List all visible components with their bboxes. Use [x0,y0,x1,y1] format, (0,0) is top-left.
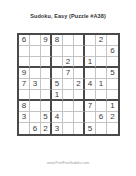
sudoku-cell [107,79,118,90]
sudoku-cell: 1 [52,90,63,101]
sudoku-cell [85,35,96,46]
sudoku-cell: 2 [107,112,118,123]
sudoku-cell [74,112,85,123]
sudoku-board: 69826219757352411871354626235 [17,33,120,136]
sudoku-cell: 4 [52,112,63,123]
sudoku-cell [41,46,52,57]
sudoku-cell: 5 [107,68,118,79]
sudoku-cell: 2 [63,57,74,68]
sudoku-cell: 5 [41,112,52,123]
sudoku-cell [41,57,52,68]
sudoku-cell: 4 [85,79,96,90]
sudoku-cell: 7 [19,79,30,90]
sudoku-cell [63,90,74,101]
sudoku-cell [96,68,107,79]
sudoku-page: Sudoku, Easy (Puzzle #A38) 6982621975735… [0,0,136,176]
sudoku-cell [52,101,63,112]
sudoku-cell [96,57,107,68]
sudoku-cell [30,90,41,101]
sudoku-cell: 9 [41,35,52,46]
sudoku-cell [96,46,107,57]
sudoku-cell: 2 [96,35,107,46]
sudoku-cell [19,90,30,101]
sudoku-cell [19,57,30,68]
page-title: Sudoku, Easy (Puzzle #A38) [0,13,136,19]
sudoku-cell [107,57,118,68]
sudoku-cell [63,123,74,134]
sudoku-cell: 1 [85,57,96,68]
sudoku-cell [63,35,74,46]
sudoku-cell [107,35,118,46]
sudoku-cell: 5 [85,123,96,134]
sudoku-cell [52,46,63,57]
sudoku-cell [74,46,85,57]
sudoku-cell [107,123,118,134]
sudoku-cell: 3 [30,79,41,90]
sudoku-cell: 9 [19,68,30,79]
sudoku-cell [41,90,52,101]
sudoku-cell [63,79,74,90]
sudoku-cell [107,90,118,101]
sudoku-cell [52,57,63,68]
sudoku-cell [74,57,85,68]
sudoku-cell: 1 [107,101,118,112]
sudoku-cell [85,112,96,123]
sudoku-cell [96,123,107,134]
sudoku-cell [85,68,96,79]
sudoku-cell [74,68,85,79]
sudoku-cell [19,46,30,57]
sudoku-cell: 8 [52,35,63,46]
sudoku-cell: 2 [74,79,85,90]
sudoku-cell [30,35,41,46]
sudoku-cell [30,57,41,68]
sudoku-cell [30,101,41,112]
sudoku-cell [85,46,96,57]
sudoku-cell: 5 [52,79,63,90]
sudoku-cell [52,68,63,79]
sudoku-cell: 6 [30,123,41,134]
sudoku-cell [63,46,74,57]
sudoku-cell [19,123,30,134]
sudoku-cell [85,90,96,101]
sudoku-cell [41,68,52,79]
sudoku-cell [96,90,107,101]
sudoku-cell: 2 [41,123,52,134]
sudoku-cell [96,101,107,112]
sudoku-cell: 6 [96,112,107,123]
sudoku-cell [30,68,41,79]
sudoku-cell [74,90,85,101]
sudoku-cell [30,46,41,57]
sudoku-cell: 8 [19,101,30,112]
sudoku-cell: 1 [96,79,107,90]
sudoku-cell: 6 [107,46,118,57]
sudoku-cell: 3 [52,123,63,134]
sudoku-cell [30,112,41,123]
sudoku-cell [41,79,52,90]
sudoku-cell [63,101,74,112]
sudoku-cell [74,35,85,46]
sudoku-cell: 3 [19,112,30,123]
sudoku-cell [41,101,52,112]
footer-url: www.PrintFreeSudoku.com [0,161,136,165]
sudoku-cell: 7 [85,101,96,112]
sudoku-cell [74,101,85,112]
sudoku-cell [74,123,85,134]
sudoku-cell [63,112,74,123]
sudoku-cell: 7 [63,68,74,79]
sudoku-cell: 6 [19,35,30,46]
